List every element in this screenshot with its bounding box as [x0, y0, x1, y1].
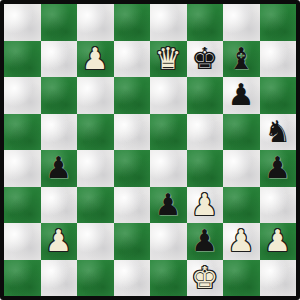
square-d1[interactable] [114, 260, 151, 297]
square-a7[interactable] [4, 41, 41, 78]
black-pawn-h4: ♟ [264, 150, 291, 186]
square-d6[interactable] [114, 77, 151, 114]
square-h7[interactable] [260, 41, 297, 78]
white-pawn-f3: ♟ [191, 187, 218, 223]
square-h6[interactable] [260, 77, 297, 114]
square-c5[interactable] [77, 114, 114, 151]
square-d3[interactable] [114, 187, 151, 224]
square-f3[interactable]: ♟ [187, 187, 224, 224]
white-pawn-b2: ♟ [45, 223, 72, 259]
black-pawn-b4: ♟ [45, 150, 72, 186]
square-b3[interactable] [41, 187, 78, 224]
square-f1[interactable]: ♚ [187, 260, 224, 297]
square-a3[interactable] [4, 187, 41, 224]
square-d7[interactable] [114, 41, 151, 78]
square-h1[interactable] [260, 260, 297, 297]
square-e6[interactable] [150, 77, 187, 114]
square-c1[interactable] [77, 260, 114, 297]
black-pawn-e3: ♟ [155, 187, 182, 223]
square-h5[interactable]: ♞ [260, 114, 297, 151]
white-pawn-g2: ♟ [228, 223, 255, 259]
square-h3[interactable] [260, 187, 297, 224]
white-pawn-c7: ♟ [82, 41, 109, 77]
square-g6[interactable]: ♟ [223, 77, 260, 114]
white-king-f1: ♚ [191, 260, 218, 296]
square-b4[interactable]: ♟ [41, 150, 78, 187]
square-g7[interactable]: ♝ [223, 41, 260, 78]
square-c2[interactable] [77, 223, 114, 260]
black-pawn-g6: ♟ [228, 77, 255, 113]
black-pawn-f2: ♟ [191, 223, 218, 259]
square-g4[interactable] [223, 150, 260, 187]
square-g2[interactable]: ♟ [223, 223, 260, 260]
square-a8[interactable] [4, 4, 41, 41]
square-d5[interactable] [114, 114, 151, 151]
square-b7[interactable] [41, 41, 78, 78]
square-e3[interactable]: ♟ [150, 187, 187, 224]
chess-board: ♟♛♚♝♟♞♟♟♟♟♟♟♟♟♚ [0, 0, 300, 300]
square-b6[interactable] [41, 77, 78, 114]
black-bishop-g7: ♝ [228, 41, 255, 77]
square-b8[interactable] [41, 4, 78, 41]
black-king-f7: ♚ [191, 41, 218, 77]
square-h8[interactable] [260, 4, 297, 41]
square-g8[interactable] [223, 4, 260, 41]
square-c7[interactable]: ♟ [77, 41, 114, 78]
square-b2[interactable]: ♟ [41, 223, 78, 260]
square-b5[interactable] [41, 114, 78, 151]
square-c4[interactable] [77, 150, 114, 187]
square-a5[interactable] [4, 114, 41, 151]
square-a2[interactable] [4, 223, 41, 260]
square-a4[interactable] [4, 150, 41, 187]
white-pawn-h2: ♟ [264, 223, 291, 259]
square-h4[interactable]: ♟ [260, 150, 297, 187]
square-e7[interactable]: ♛ [150, 41, 187, 78]
square-d4[interactable] [114, 150, 151, 187]
square-d2[interactable] [114, 223, 151, 260]
square-e2[interactable] [150, 223, 187, 260]
square-c3[interactable] [77, 187, 114, 224]
square-c8[interactable] [77, 4, 114, 41]
square-b1[interactable] [41, 260, 78, 297]
square-a1[interactable] [4, 260, 41, 297]
white-queen-e7: ♛ [155, 41, 182, 77]
black-knight-h5: ♞ [264, 114, 291, 150]
square-c6[interactable] [77, 77, 114, 114]
square-f6[interactable] [187, 77, 224, 114]
square-e1[interactable] [150, 260, 187, 297]
square-f8[interactable] [187, 4, 224, 41]
square-e4[interactable] [150, 150, 187, 187]
square-e5[interactable] [150, 114, 187, 151]
square-g5[interactable] [223, 114, 260, 151]
square-f2[interactable]: ♟ [187, 223, 224, 260]
board-grid: ♟♛♚♝♟♞♟♟♟♟♟♟♟♟♚ [4, 4, 296, 296]
square-e8[interactable] [150, 4, 187, 41]
square-f5[interactable] [187, 114, 224, 151]
square-g3[interactable] [223, 187, 260, 224]
square-d8[interactable] [114, 4, 151, 41]
square-h2[interactable]: ♟ [260, 223, 297, 260]
square-a6[interactable] [4, 77, 41, 114]
square-f4[interactable] [187, 150, 224, 187]
square-f7[interactable]: ♚ [187, 41, 224, 78]
square-g1[interactable] [223, 260, 260, 297]
